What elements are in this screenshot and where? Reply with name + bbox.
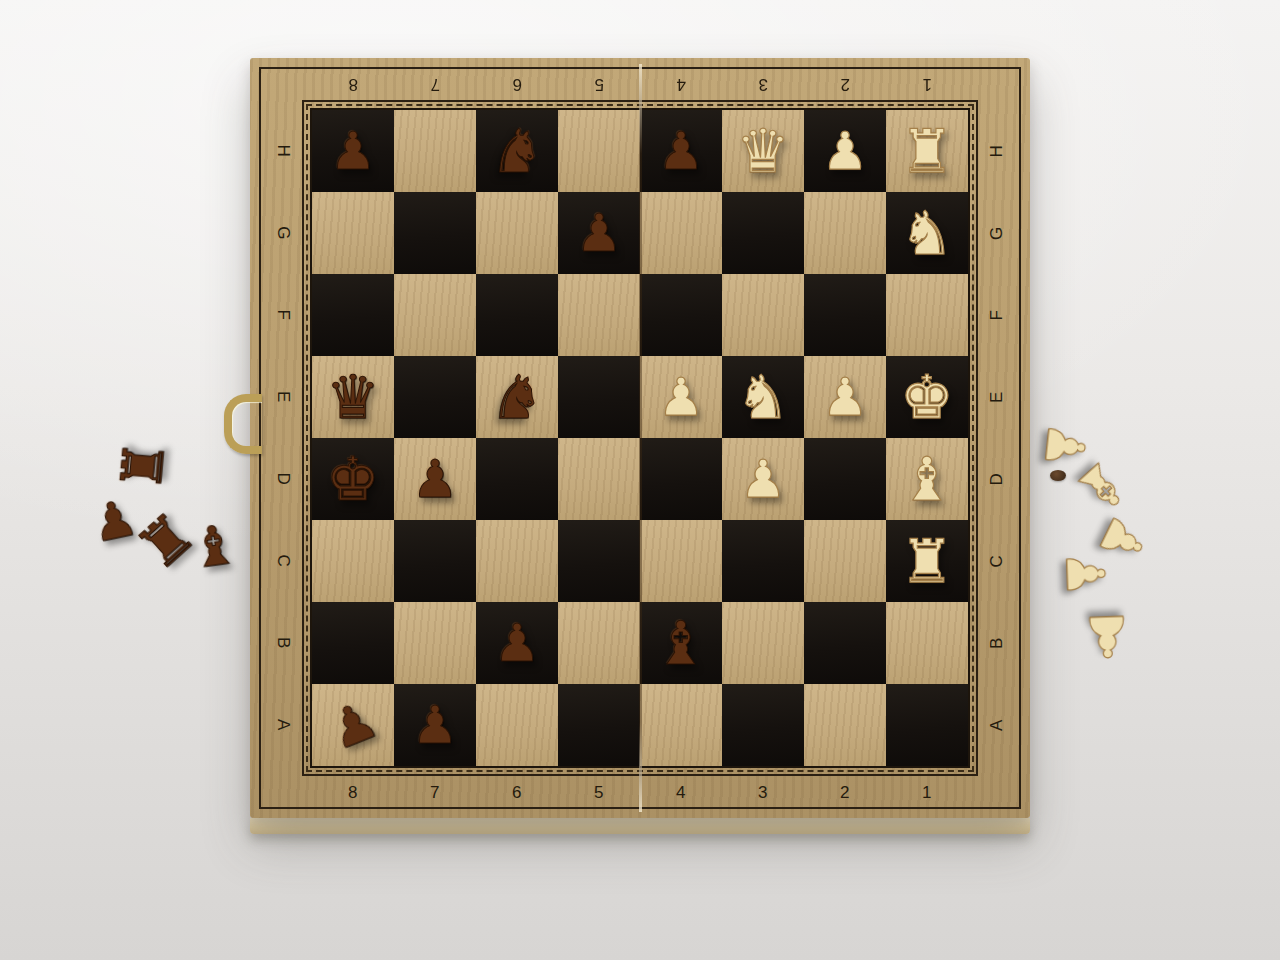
square-h8[interactable]: ♟ [312,110,394,192]
square-f5[interactable] [558,274,640,356]
rank-label-bottom-6: 6 [476,780,558,806]
piece-dark-queen[interactable]: ♛ [326,367,380,427]
file-labels-left: HGFEDCBA [270,110,296,766]
rank-label-top-5: 5 [558,71,640,97]
square-h6[interactable]: ♞ [476,110,558,192]
file-label-right-h: H [956,138,1038,164]
square-c6[interactable] [476,520,558,602]
brass-latch [224,394,262,454]
file-label-right-g: G [956,220,1038,246]
piece-dark-pawn[interactable]: ♟ [494,617,541,669]
rank-label-top-2: 2 [804,71,886,97]
square-b8[interactable] [312,602,394,684]
rank-label-bottom-8: 8 [312,780,394,806]
file-label-right-a: A [956,712,1038,738]
piece-light-bishop[interactable]: ♝ [900,449,954,509]
square-g6[interactable] [476,192,558,274]
square-f8[interactable] [312,274,394,356]
square-f1[interactable] [886,274,968,356]
square-e5[interactable] [558,356,640,438]
square-f2[interactable] [804,274,886,356]
square-a7[interactable]: ♟ [394,684,476,766]
square-c1[interactable]: ♜ [886,520,968,602]
captured-dark-bishop[interactable]: ♝ [186,517,241,577]
piece-light-pawn[interactable]: ♟ [822,371,869,423]
square-a5[interactable] [558,684,640,766]
square-d1[interactable]: ♝ [886,438,968,520]
table-surface: 87654321 87654321 HGFEDCBA HGFEDCBA ♟♞♟♛… [0,0,1280,960]
square-d5[interactable] [558,438,640,520]
square-d2[interactable] [804,438,886,520]
rank-label-bottom-4: 4 [640,780,722,806]
rank-labels-bottom: 87654321 [312,780,968,806]
square-c2[interactable] [804,520,886,602]
square-h3[interactable]: ♛ [722,110,804,192]
square-h5[interactable] [558,110,640,192]
square-f3[interactable] [722,274,804,356]
rank-label-bottom-1: 1 [886,780,968,806]
square-g8[interactable] [312,192,394,274]
piece-light-pawn[interactable]: ♟ [740,453,787,505]
square-a2[interactable] [804,684,886,766]
square-e6[interactable]: ♞ [476,356,558,438]
file-label-right-b: B [956,630,1038,656]
piece-dark-bishop[interactable]: ♝ [654,613,708,673]
square-b3[interactable] [722,602,804,684]
square-c3[interactable] [722,520,804,602]
square-e7[interactable] [394,356,476,438]
square-b7[interactable] [394,602,476,684]
rank-label-top-4: 4 [640,71,722,97]
piece-dark-knight[interactable]: ♞ [490,121,544,181]
square-b6[interactable]: ♟ [476,602,558,684]
piece-light-rook[interactable]: ♜ [900,531,954,591]
square-h7[interactable] [394,110,476,192]
captured-light-pawn[interactable]: ♟ [1059,550,1113,598]
square-e3[interactable]: ♞ [722,356,804,438]
square-b2[interactable] [804,602,886,684]
piece-dark-pawn[interactable]: ♟ [322,692,385,758]
piece-dark-pawn[interactable]: ♟ [330,125,377,177]
rank-label-top-6: 6 [476,71,558,97]
rank-label-bottom-2: 2 [804,780,886,806]
square-e8[interactable]: ♛ [312,356,394,438]
square-b4[interactable]: ♝ [640,602,722,684]
square-h2[interactable]: ♟ [804,110,886,192]
square-f4[interactable] [640,274,722,356]
square-a4[interactable] [640,684,722,766]
board-front-edge [250,818,1030,834]
square-d4[interactable] [640,438,722,520]
square-g2[interactable] [804,192,886,274]
square-c4[interactable] [640,520,722,602]
square-e2[interactable]: ♟ [804,356,886,438]
piece-light-rook[interactable]: ♜ [900,121,954,181]
captured-light-pawn[interactable]: ♟ [1081,607,1133,665]
rank-label-bottom-7: 7 [394,780,476,806]
board-grid: ♟♞♟♛♟♜♟♞♛♞♟♞♟♚♚♟♟♝♜♟♝♟♟ [312,110,968,766]
square-f6[interactable] [476,274,558,356]
square-d8[interactable]: ♚ [312,438,394,520]
rank-label-top-7: 7 [394,71,476,97]
square-d7[interactable]: ♟ [394,438,476,520]
square-g1[interactable]: ♞ [886,192,968,274]
file-label-right-f: F [956,302,1038,328]
square-b1[interactable] [886,602,968,684]
file-label-right-d: D [956,466,1038,492]
piece-light-pawn[interactable]: ♟ [658,371,705,423]
piece-light-king[interactable]: ♚ [900,367,954,427]
square-g4[interactable] [640,192,722,274]
square-c5[interactable] [558,520,640,602]
square-e1[interactable]: ♚ [886,356,968,438]
square-d3[interactable]: ♟ [722,438,804,520]
piece-dark-knight[interactable]: ♞ [490,367,544,427]
square-e4[interactable]: ♟ [640,356,722,438]
square-d6[interactable] [476,438,558,520]
rank-label-top-8: 8 [312,71,394,97]
captured-dark-rook[interactable]: ♜ [113,439,173,494]
piece-light-queen[interactable]: ♛ [736,121,790,181]
piece-dark-pawn[interactable]: ♟ [412,453,459,505]
rank-label-top-3: 3 [722,71,804,97]
square-h1[interactable]: ♜ [886,110,968,192]
file-label-right-e: E [956,384,1038,410]
piece-light-pawn[interactable]: ♟ [822,125,869,177]
file-labels-right: HGFEDCBA [984,110,1010,766]
square-c7[interactable] [394,520,476,602]
square-h4[interactable]: ♟ [640,110,722,192]
piece-dark-pawn[interactable]: ♟ [576,207,623,259]
square-a8[interactable]: ♟ [312,684,394,766]
square-a1[interactable] [886,684,968,766]
square-f7[interactable] [394,274,476,356]
square-a6[interactable] [476,684,558,766]
piece-light-knight[interactable]: ♞ [736,367,790,427]
piece-dark-pawn[interactable]: ♟ [412,699,459,751]
rank-label-bottom-5: 5 [558,780,640,806]
square-a3[interactable] [722,684,804,766]
piece-dark-pawn[interactable]: ♟ [658,125,705,177]
rank-label-bottom-3: 3 [722,780,804,806]
chess-board: 87654321 87654321 HGFEDCBA HGFEDCBA ♟♞♟♛… [250,58,1030,818]
square-g7[interactable] [394,192,476,274]
square-c8[interactable] [312,520,394,602]
file-label-right-c: C [956,548,1038,574]
piece-light-knight[interactable]: ♞ [900,203,954,263]
rank-labels-top: 87654321 [312,71,968,97]
rank-label-top-1: 1 [886,71,968,97]
square-b5[interactable] [558,602,640,684]
piece-dark-king[interactable]: ♚ [326,449,380,509]
square-g3[interactable] [722,192,804,274]
square-g5[interactable]: ♟ [558,192,640,274]
